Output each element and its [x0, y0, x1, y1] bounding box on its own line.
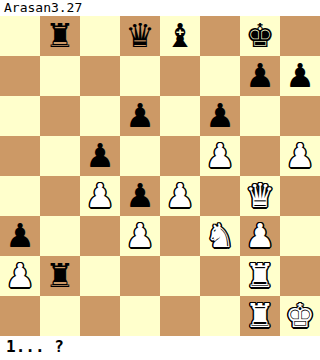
piece-black-pawn: ♟ [125, 96, 155, 136]
square-d4[interactable]: ♟ [120, 176, 160, 216]
square-e8[interactable]: ♝ [160, 16, 200, 56]
move-prompt: 1... ? [0, 336, 320, 360]
square-g7[interactable]: ♟ [240, 56, 280, 96]
piece-black-queen: ♛ [125, 16, 155, 56]
square-a5[interactable] [0, 136, 40, 176]
chess-board: ♜♛♝♚♟♟♟♟♟♟♟♟♟♟♛♟♟♞♟♟♜♜♜♚ [0, 16, 320, 336]
square-f2[interactable] [200, 256, 240, 296]
square-f5[interactable]: ♟ [200, 136, 240, 176]
piece-black-king: ♚ [245, 16, 275, 56]
square-a8[interactable] [0, 16, 40, 56]
square-f1[interactable] [200, 296, 240, 336]
piece-black-bishop: ♝ [165, 16, 195, 56]
square-c7[interactable] [80, 56, 120, 96]
square-h2[interactable] [280, 256, 320, 296]
piece-black-pawn: ♟ [205, 96, 235, 136]
square-g1[interactable]: ♜ [240, 296, 280, 336]
square-c6[interactable] [80, 96, 120, 136]
square-b7[interactable] [40, 56, 80, 96]
square-e5[interactable] [160, 136, 200, 176]
piece-black-pawn: ♟ [245, 56, 275, 96]
square-e4[interactable]: ♟ [160, 176, 200, 216]
piece-white-knight: ♞ [205, 216, 235, 256]
square-e6[interactable] [160, 96, 200, 136]
square-b4[interactable] [40, 176, 80, 216]
square-d7[interactable] [120, 56, 160, 96]
piece-white-king: ♚ [285, 296, 315, 336]
square-e3[interactable] [160, 216, 200, 256]
square-a6[interactable] [0, 96, 40, 136]
square-a1[interactable] [0, 296, 40, 336]
piece-black-pawn: ♟ [285, 56, 315, 96]
square-h5[interactable]: ♟ [280, 136, 320, 176]
square-g2[interactable]: ♜ [240, 256, 280, 296]
piece-black-pawn: ♟ [85, 136, 115, 176]
piece-white-rook: ♜ [245, 256, 275, 296]
engine-title: Arasan3.27 [0, 0, 320, 16]
piece-white-pawn: ♟ [205, 136, 235, 176]
square-g3[interactable]: ♟ [240, 216, 280, 256]
square-h8[interactable] [280, 16, 320, 56]
square-g8[interactable]: ♚ [240, 16, 280, 56]
piece-white-queen: ♛ [245, 176, 275, 216]
square-a4[interactable] [0, 176, 40, 216]
square-d1[interactable] [120, 296, 160, 336]
square-h3[interactable] [280, 216, 320, 256]
piece-white-pawn: ♟ [245, 216, 275, 256]
square-c1[interactable] [80, 296, 120, 336]
square-d5[interactable] [120, 136, 160, 176]
square-b3[interactable] [40, 216, 80, 256]
piece-black-rook: ♜ [45, 16, 75, 56]
square-b5[interactable] [40, 136, 80, 176]
square-e7[interactable] [160, 56, 200, 96]
square-c3[interactable] [80, 216, 120, 256]
square-c5[interactable]: ♟ [80, 136, 120, 176]
square-h7[interactable]: ♟ [280, 56, 320, 96]
piece-black-pawn: ♟ [5, 216, 35, 256]
piece-black-rook: ♜ [45, 256, 75, 296]
square-g6[interactable] [240, 96, 280, 136]
piece-white-pawn: ♟ [285, 136, 315, 176]
square-f6[interactable]: ♟ [200, 96, 240, 136]
square-f8[interactable] [200, 16, 240, 56]
piece-white-pawn: ♟ [165, 176, 195, 216]
square-d6[interactable]: ♟ [120, 96, 160, 136]
square-f7[interactable] [200, 56, 240, 96]
square-h6[interactable] [280, 96, 320, 136]
square-d2[interactable] [120, 256, 160, 296]
square-g4[interactable]: ♛ [240, 176, 280, 216]
square-a3[interactable]: ♟ [0, 216, 40, 256]
piece-black-pawn: ♟ [125, 176, 155, 216]
square-f3[interactable]: ♞ [200, 216, 240, 256]
square-b6[interactable] [40, 96, 80, 136]
square-e1[interactable] [160, 296, 200, 336]
square-b1[interactable] [40, 296, 80, 336]
piece-white-pawn: ♟ [125, 216, 155, 256]
square-c8[interactable] [80, 16, 120, 56]
square-h4[interactable] [280, 176, 320, 216]
square-a7[interactable] [0, 56, 40, 96]
square-h1[interactable]: ♚ [280, 296, 320, 336]
square-a2[interactable]: ♟ [0, 256, 40, 296]
square-d8[interactable]: ♛ [120, 16, 160, 56]
square-d3[interactable]: ♟ [120, 216, 160, 256]
square-e2[interactable] [160, 256, 200, 296]
square-g5[interactable] [240, 136, 280, 176]
square-f4[interactable] [200, 176, 240, 216]
square-c2[interactable] [80, 256, 120, 296]
piece-white-pawn: ♟ [85, 176, 115, 216]
piece-white-pawn: ♟ [5, 256, 35, 296]
square-c4[interactable]: ♟ [80, 176, 120, 216]
piece-white-rook: ♜ [245, 296, 275, 336]
square-b2[interactable]: ♜ [40, 256, 80, 296]
square-b8[interactable]: ♜ [40, 16, 80, 56]
